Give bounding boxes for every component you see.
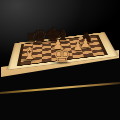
- white-king-d3[interactable]: ♚: [53, 45, 71, 65]
- white-pawn-g5[interactable]: ♟: [80, 38, 90, 50]
- pieces-layer: ♜♛♚♝♞♟♟♟♝♚: [0, 0, 120, 120]
- scene: ♜♛♚♝♞♟♟♟♝♚: [0, 0, 120, 120]
- white-bishop-b4[interactable]: ♝: [22, 45, 36, 61]
